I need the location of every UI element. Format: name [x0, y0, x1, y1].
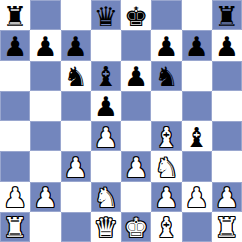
black-rook: ♜ [215, 2, 239, 29]
square-f3[interactable]: ♞ [151, 151, 181, 181]
white-pawn: ♟ [185, 184, 209, 211]
square-a4[interactable] [0, 121, 30, 151]
black-knight: ♞ [154, 63, 178, 90]
black-pawn: ♟ [94, 93, 118, 120]
square-b8[interactable] [30, 0, 60, 30]
black-pawn: ♟ [33, 32, 57, 59]
black-king: ♚ [124, 2, 148, 29]
white-knight: ♞ [94, 184, 118, 211]
square-e5[interactable] [121, 91, 151, 121]
square-g5[interactable] [182, 91, 212, 121]
white-bishop: ♝ [154, 214, 178, 241]
square-d1[interactable]: ♛ [91, 212, 121, 242]
white-pawn: ♟ [215, 184, 239, 211]
square-d7[interactable] [91, 30, 121, 60]
square-f4[interactable]: ♝ [151, 121, 181, 151]
square-g8[interactable] [182, 0, 212, 30]
square-g6[interactable] [182, 61, 212, 91]
square-h3[interactable] [212, 151, 242, 181]
black-queen: ♛ [94, 2, 118, 29]
square-b5[interactable] [30, 91, 60, 121]
square-g1[interactable] [182, 212, 212, 242]
square-a1[interactable]: ♜ [0, 212, 30, 242]
chess-board: ♜♛♚♜♟♟♟♟♟♟♞♝♟♞♟♟♝♝♟♟♞♟♟♞♟♟♟♜♛♚♝♜ [0, 0, 242, 242]
square-e8[interactable]: ♚ [121, 0, 151, 30]
white-pawn: ♟ [94, 123, 118, 150]
square-c5[interactable] [61, 91, 91, 121]
black-pawn: ♟ [215, 32, 239, 59]
square-c1[interactable] [61, 212, 91, 242]
square-h6[interactable] [212, 61, 242, 91]
square-h8[interactable]: ♜ [212, 0, 242, 30]
square-d6[interactable]: ♝ [91, 61, 121, 91]
square-f7[interactable]: ♟ [151, 30, 181, 60]
square-h5[interactable] [212, 91, 242, 121]
square-e7[interactable] [121, 30, 151, 60]
square-f6[interactable]: ♞ [151, 61, 181, 91]
white-pawn: ♟ [64, 153, 88, 180]
square-a8[interactable]: ♜ [0, 0, 30, 30]
square-f5[interactable] [151, 91, 181, 121]
square-c4[interactable] [61, 121, 91, 151]
square-b6[interactable] [30, 61, 60, 91]
square-g3[interactable] [182, 151, 212, 181]
square-d4[interactable]: ♟ [91, 121, 121, 151]
white-king: ♚ [124, 214, 148, 241]
white-rook: ♜ [215, 214, 239, 241]
square-d5[interactable]: ♟ [91, 91, 121, 121]
square-e4[interactable] [121, 121, 151, 151]
square-e2[interactable] [121, 182, 151, 212]
black-knight: ♞ [64, 63, 88, 90]
white-pawn: ♟ [154, 184, 178, 211]
black-pawn: ♟ [185, 32, 209, 59]
square-e3[interactable]: ♟ [121, 151, 151, 181]
square-c2[interactable] [61, 182, 91, 212]
white-pawn: ♟ [33, 184, 57, 211]
white-pawn: ♟ [3, 184, 27, 211]
square-h4[interactable] [212, 121, 242, 151]
square-c6[interactable]: ♞ [61, 61, 91, 91]
square-d8[interactable]: ♛ [91, 0, 121, 30]
square-f1[interactable]: ♝ [151, 212, 181, 242]
square-d2[interactable]: ♞ [91, 182, 121, 212]
square-c8[interactable] [61, 0, 91, 30]
square-a3[interactable] [0, 151, 30, 181]
square-a7[interactable]: ♟ [0, 30, 30, 60]
square-b7[interactable]: ♟ [30, 30, 60, 60]
square-b1[interactable] [30, 212, 60, 242]
black-pawn: ♟ [154, 32, 178, 59]
square-a2[interactable]: ♟ [0, 182, 30, 212]
white-pawn: ♟ [124, 153, 148, 180]
white-rook: ♜ [3, 214, 27, 241]
square-c7[interactable]: ♟ [61, 30, 91, 60]
white-knight: ♞ [154, 153, 178, 180]
white-bishop: ♝ [154, 123, 178, 150]
black-pawn: ♟ [64, 32, 88, 59]
square-e1[interactable]: ♚ [121, 212, 151, 242]
square-h1[interactable]: ♜ [212, 212, 242, 242]
square-f8[interactable] [151, 0, 181, 30]
square-b2[interactable]: ♟ [30, 182, 60, 212]
black-rook: ♜ [3, 2, 27, 29]
square-g4[interactable]: ♝ [182, 121, 212, 151]
black-pawn: ♟ [3, 32, 27, 59]
square-a5[interactable] [0, 91, 30, 121]
black-pawn: ♟ [124, 63, 148, 90]
square-b3[interactable] [30, 151, 60, 181]
square-e6[interactable]: ♟ [121, 61, 151, 91]
square-d3[interactable] [91, 151, 121, 181]
square-f2[interactable]: ♟ [151, 182, 181, 212]
black-bishop: ♝ [94, 63, 118, 90]
square-g7[interactable]: ♟ [182, 30, 212, 60]
white-queen: ♛ [94, 214, 118, 241]
square-a6[interactable] [0, 61, 30, 91]
square-h2[interactable]: ♟ [212, 182, 242, 212]
square-g2[interactable]: ♟ [182, 182, 212, 212]
square-c3[interactable]: ♟ [61, 151, 91, 181]
square-b4[interactable] [30, 121, 60, 151]
black-bishop: ♝ [185, 123, 209, 150]
square-h7[interactable]: ♟ [212, 30, 242, 60]
